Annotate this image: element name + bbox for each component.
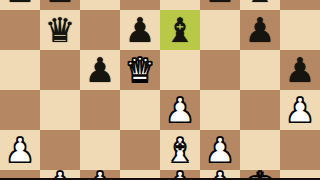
piece-black-pawn[interactable]: ♟ [85,50,115,90]
square-c4[interactable] [80,90,120,130]
piece-black-pawn[interactable]: ♟ [205,0,235,10]
square-d7[interactable] [120,0,160,10]
piece-black-bishop[interactable]: ♝ [165,10,195,50]
piece-black-bishop[interactable]: ♝ [245,0,275,10]
piece-black-pawn[interactable]: ♟ [45,0,75,10]
square-f4[interactable] [200,90,240,130]
piece-white-pawn[interactable]: ♟ [285,90,315,130]
square-h7[interactable] [280,0,320,10]
square-b5[interactable] [40,50,80,90]
square-f5[interactable] [200,50,240,90]
square-a3[interactable]: ♟ [0,130,40,170]
square-e7[interactable] [160,0,200,10]
square-d4[interactable] [120,90,160,130]
chess-board-frame: ♜♞♜♚♟♟♟♝♛♟♝♟♟♛♟♟♟♟♝♟♟♟♟♟♚♜♜ [0,0,320,180]
piece-black-pawn[interactable]: ♟ [245,10,275,50]
square-c7[interactable] [80,0,120,10]
piece-black-pawn[interactable]: ♟ [5,0,35,10]
square-g7[interactable]: ♝ [240,0,280,10]
piece-black-queen[interactable]: ♛ [45,10,75,50]
square-h6[interactable] [280,10,320,50]
square-e5[interactable] [160,50,200,90]
square-h4[interactable]: ♟ [280,90,320,130]
square-d5[interactable]: ♛ [120,50,160,90]
chess-board[interactable]: ♜♞♜♚♟♟♟♝♛♟♝♟♟♛♟♟♟♟♝♟♟♟♟♟♚♜♜ [0,0,320,180]
square-a5[interactable] [0,50,40,90]
square-h3[interactable] [280,130,320,170]
piece-black-pawn[interactable]: ♟ [285,50,315,90]
square-h5[interactable]: ♟ [280,50,320,90]
piece-black-pawn[interactable]: ♟ [125,10,155,50]
square-a7[interactable]: ♟ [0,0,40,10]
square-a6[interactable] [0,10,40,50]
piece-white-pawn[interactable]: ♟ [5,130,35,170]
square-g5[interactable] [240,50,280,90]
square-c5[interactable]: ♟ [80,50,120,90]
bottom-edge-bar [0,178,320,180]
square-g4[interactable] [240,90,280,130]
square-g6[interactable]: ♟ [240,10,280,50]
square-f6[interactable] [200,10,240,50]
square-c6[interactable] [80,10,120,50]
square-f7[interactable]: ♟ [200,0,240,10]
square-e4[interactable]: ♟ [160,90,200,130]
square-b7[interactable]: ♟ [40,0,80,10]
square-a4[interactable] [0,90,40,130]
square-d6[interactable]: ♟ [120,10,160,50]
square-b4[interactable] [40,90,80,130]
piece-white-queen[interactable]: ♛ [125,50,155,90]
piece-white-pawn[interactable]: ♟ [165,90,195,130]
square-d3[interactable] [120,130,160,170]
square-b6[interactable]: ♛ [40,10,80,50]
square-e6[interactable]: ♝ [160,10,200,50]
